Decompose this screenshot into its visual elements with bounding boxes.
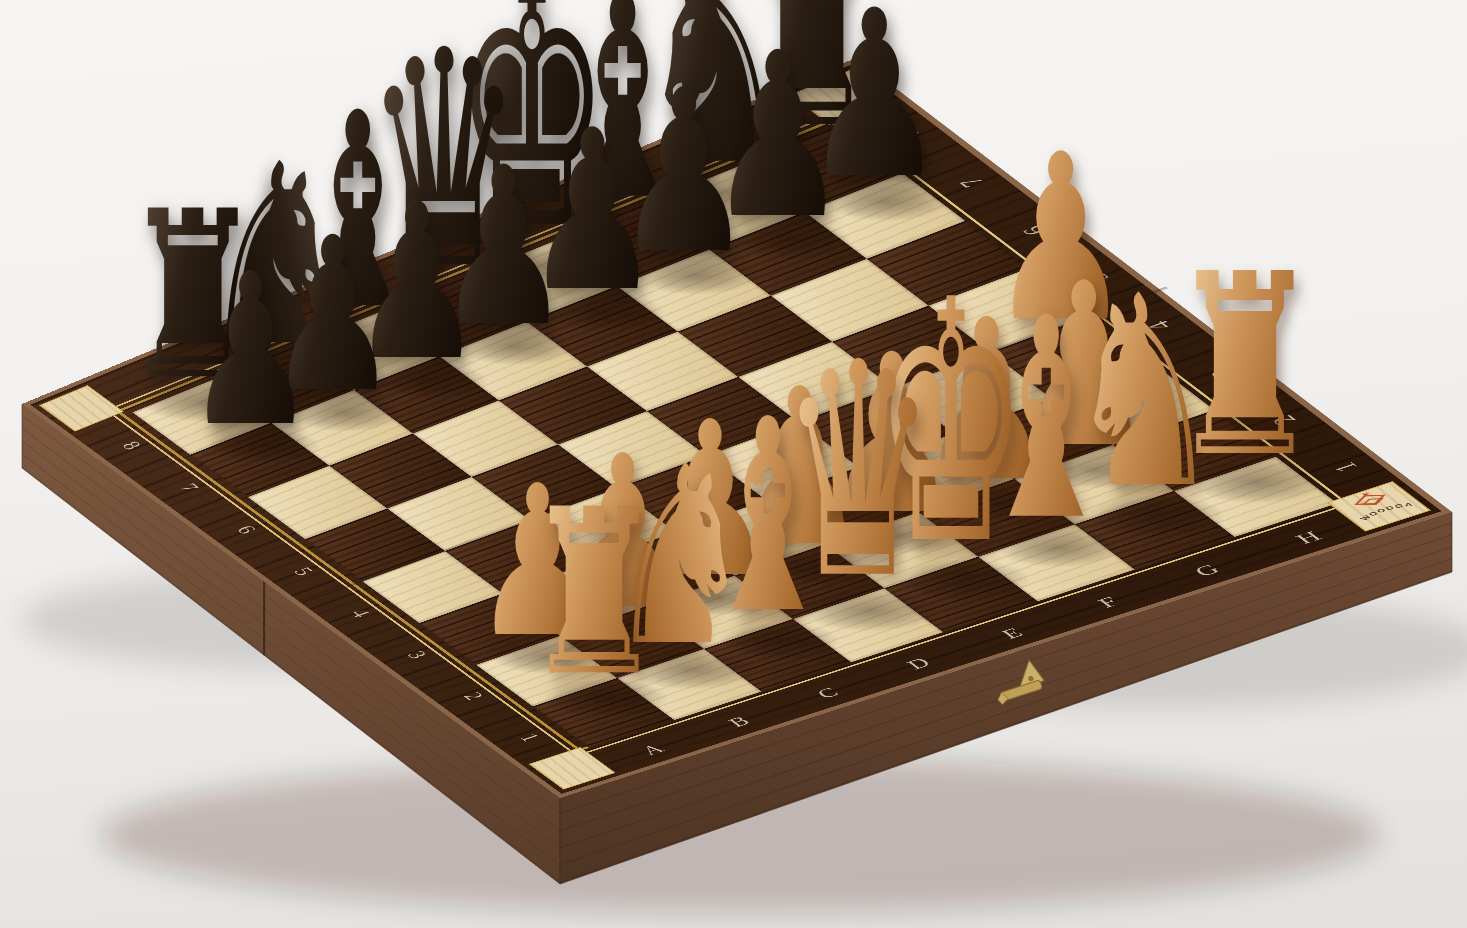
photo-scene: WOODGAMES 1122334455667788ABCDEFGH ♜♞♟♝♟… <box>0 0 1467 928</box>
piece-black-pawn-a7[interactable]: ♟ <box>186 246 316 456</box>
pieces-layer: ♜♞♟♝♟♚♟♛♟♝♟♟♞♟♜♟♟♟♜♟♞♟♝♟♚♟♛♟♝♟♞♜ <box>0 0 1467 928</box>
piece-white-rook-a1[interactable]: ♜ <box>524 480 665 708</box>
